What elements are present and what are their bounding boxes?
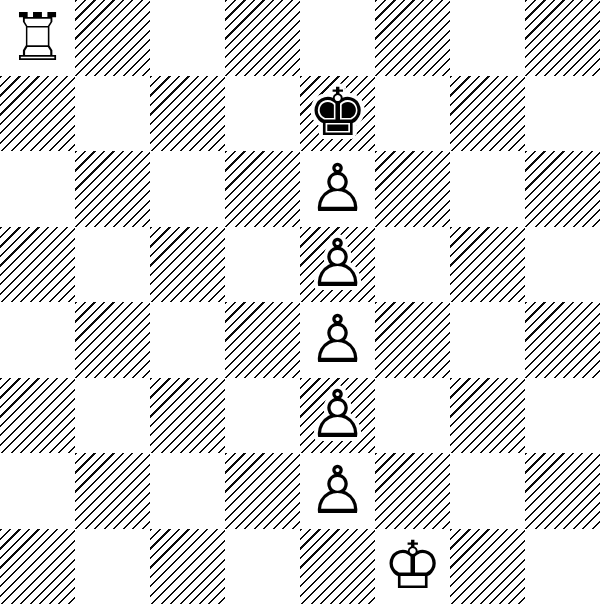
square-d2[interactable] bbox=[225, 453, 300, 529]
white-rook[interactable]: ♖ bbox=[0, 0, 75, 76]
square-a2[interactable] bbox=[0, 453, 75, 529]
white-pawn[interactable]: ♙ bbox=[300, 302, 375, 378]
square-h5[interactable] bbox=[525, 227, 600, 303]
square-b1[interactable] bbox=[75, 529, 150, 604]
chess-board: ♜♖♚♚♟♙♟♙♟♙♟♙♟♙♚♔ bbox=[0, 0, 600, 604]
square-e1[interactable] bbox=[300, 529, 375, 604]
square-h1[interactable] bbox=[525, 529, 600, 604]
square-e8[interactable] bbox=[300, 0, 375, 76]
square-f3[interactable] bbox=[375, 378, 450, 454]
square-g5[interactable] bbox=[450, 227, 525, 303]
square-f8[interactable] bbox=[375, 0, 450, 76]
black-king[interactable]: ♚ bbox=[300, 76, 375, 152]
square-b3[interactable] bbox=[75, 378, 150, 454]
square-d1[interactable] bbox=[225, 529, 300, 604]
square-e5[interactable]: ♟♙ bbox=[300, 227, 375, 303]
square-e6[interactable]: ♟♙ bbox=[300, 151, 375, 227]
square-e3[interactable]: ♟♙ bbox=[300, 378, 375, 454]
square-a4[interactable] bbox=[0, 302, 75, 378]
square-f1[interactable]: ♚♔ bbox=[375, 529, 450, 604]
square-a1[interactable] bbox=[0, 529, 75, 604]
white-king-fill: ♚ bbox=[375, 529, 450, 604]
square-c5[interactable] bbox=[150, 227, 225, 303]
square-d4[interactable] bbox=[225, 302, 300, 378]
square-h8[interactable] bbox=[525, 0, 600, 76]
square-b8[interactable] bbox=[75, 0, 150, 76]
white-pawn[interactable]: ♙ bbox=[300, 227, 375, 303]
square-e4[interactable]: ♟♙ bbox=[300, 302, 375, 378]
square-c2[interactable] bbox=[150, 453, 225, 529]
white-pawn-fill: ♟ bbox=[300, 378, 375, 454]
square-a5[interactable] bbox=[0, 227, 75, 303]
square-d7[interactable] bbox=[225, 76, 300, 152]
square-d5[interactable] bbox=[225, 227, 300, 303]
white-pawn-fill: ♟ bbox=[300, 302, 375, 378]
square-g7[interactable] bbox=[450, 76, 525, 152]
square-f4[interactable] bbox=[375, 302, 450, 378]
square-g3[interactable] bbox=[450, 378, 525, 454]
square-c3[interactable] bbox=[150, 378, 225, 454]
square-c7[interactable] bbox=[150, 76, 225, 152]
square-d8[interactable] bbox=[225, 0, 300, 76]
square-a6[interactable] bbox=[0, 151, 75, 227]
square-g2[interactable] bbox=[450, 453, 525, 529]
square-h6[interactable] bbox=[525, 151, 600, 227]
square-d3[interactable] bbox=[225, 378, 300, 454]
square-b6[interactable] bbox=[75, 151, 150, 227]
square-g6[interactable] bbox=[450, 151, 525, 227]
white-pawn[interactable]: ♙ bbox=[300, 151, 375, 227]
square-h4[interactable] bbox=[525, 302, 600, 378]
square-g1[interactable] bbox=[450, 529, 525, 604]
square-b5[interactable] bbox=[75, 227, 150, 303]
white-pawn-fill: ♟ bbox=[300, 151, 375, 227]
square-b7[interactable] bbox=[75, 76, 150, 152]
square-c6[interactable] bbox=[150, 151, 225, 227]
square-e7[interactable]: ♚♚ bbox=[300, 76, 375, 152]
square-h2[interactable] bbox=[525, 453, 600, 529]
white-rook-fill: ♜ bbox=[0, 0, 75, 76]
chess-diagram: ♜♖♚♚♟♙♟♙♟♙♟♙♟♙♚♔ bbox=[0, 0, 600, 604]
square-e2[interactable]: ♟♙ bbox=[300, 453, 375, 529]
black-king-fill: ♚ bbox=[300, 76, 375, 152]
white-pawn-fill: ♟ bbox=[300, 227, 375, 303]
square-f7[interactable] bbox=[375, 76, 450, 152]
square-c4[interactable] bbox=[150, 302, 225, 378]
square-f5[interactable] bbox=[375, 227, 450, 303]
square-a3[interactable] bbox=[0, 378, 75, 454]
square-g4[interactable] bbox=[450, 302, 525, 378]
square-h3[interactable] bbox=[525, 378, 600, 454]
square-d6[interactable] bbox=[225, 151, 300, 227]
square-b2[interactable] bbox=[75, 453, 150, 529]
square-f6[interactable] bbox=[375, 151, 450, 227]
square-a8[interactable]: ♜♖ bbox=[0, 0, 75, 76]
white-pawn[interactable]: ♙ bbox=[300, 453, 375, 529]
white-pawn[interactable]: ♙ bbox=[300, 378, 375, 454]
square-b4[interactable] bbox=[75, 302, 150, 378]
square-h7[interactable] bbox=[525, 76, 600, 152]
square-c1[interactable] bbox=[150, 529, 225, 604]
square-c8[interactable] bbox=[150, 0, 225, 76]
white-pawn-fill: ♟ bbox=[300, 453, 375, 529]
white-king[interactable]: ♔ bbox=[375, 529, 450, 604]
square-g8[interactable] bbox=[450, 0, 525, 76]
square-f2[interactable] bbox=[375, 453, 450, 529]
square-a7[interactable] bbox=[0, 76, 75, 152]
